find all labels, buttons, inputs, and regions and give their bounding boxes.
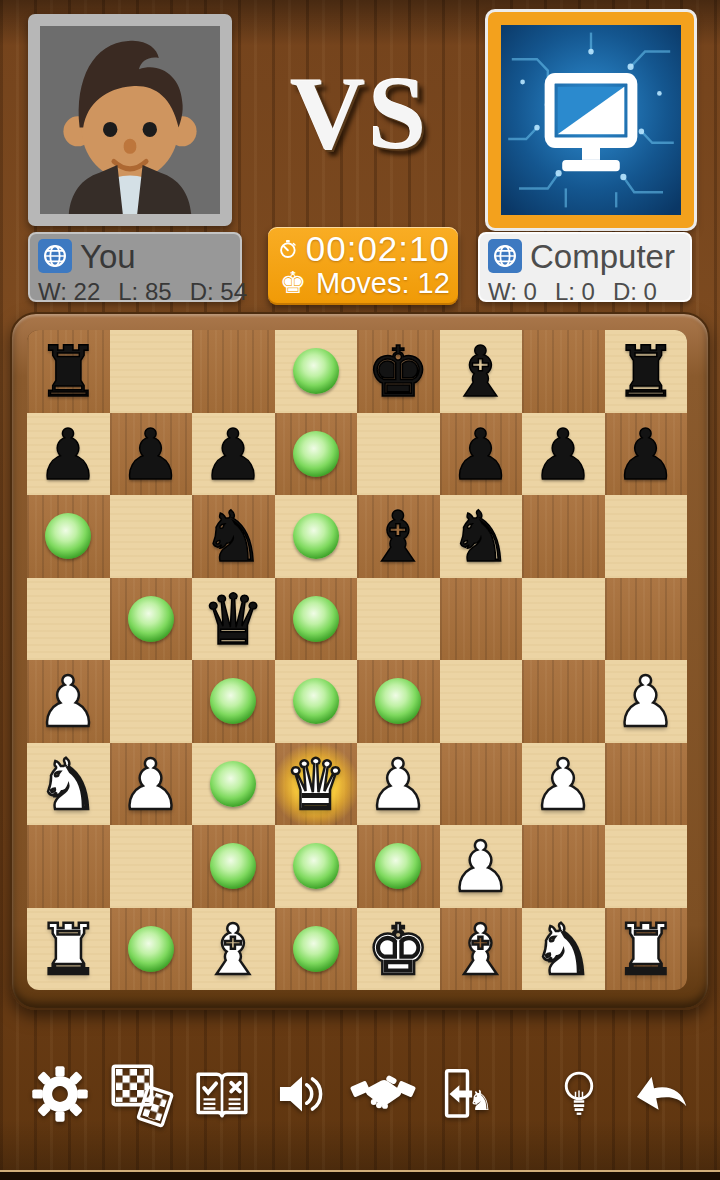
square-a1[interactable]: ♜: [27, 908, 110, 991]
square-g6[interactable]: [522, 495, 605, 578]
black-queen: ♛: [202, 585, 265, 655]
black-king: ♚: [367, 337, 430, 407]
white-knight: ♞: [532, 915, 595, 985]
square-f8[interactable]: ♝: [440, 330, 523, 413]
white-pawn: ♟: [37, 667, 100, 737]
square-b2[interactable]: [110, 825, 193, 908]
square-e3[interactable]: ♟: [357, 743, 440, 826]
player-losses: L: 85: [118, 278, 171, 306]
square-a4[interactable]: ♟: [27, 660, 110, 743]
square-g7[interactable]: ♟: [522, 413, 605, 496]
computer-avatar: [488, 12, 694, 228]
white-bishop: ♝: [449, 915, 512, 985]
player-wins: W: 22: [38, 278, 100, 306]
square-a2[interactable]: [27, 825, 110, 908]
square-f7[interactable]: ♟: [440, 413, 523, 496]
square-h1[interactable]: ♜: [605, 908, 688, 991]
black-bishop: ♝: [367, 502, 430, 572]
legal-move-dot: [128, 596, 174, 642]
exit-button[interactable]: ♞: [428, 1052, 500, 1136]
black-pawn: ♟: [202, 420, 265, 490]
legal-move-dot: [210, 843, 256, 889]
exit-door-knight-icon: ♞: [435, 1056, 493, 1132]
settings-button[interactable]: [24, 1052, 96, 1136]
square-e5[interactable]: [357, 578, 440, 661]
legal-move-dot: [375, 678, 421, 724]
legal-move-dot: [293, 513, 339, 559]
square-f6[interactable]: ♞: [440, 495, 523, 578]
square-d1[interactable]: [275, 908, 358, 991]
square-d5[interactable]: [275, 578, 358, 661]
clock-time: 00:02:10: [306, 229, 450, 269]
black-knight: ♞: [449, 502, 512, 572]
lightbulb-icon: [550, 1056, 608, 1132]
computer-wins: W: 0: [488, 278, 537, 306]
square-c7[interactable]: ♟: [192, 413, 275, 496]
white-pawn: ♟: [614, 667, 677, 737]
square-e2[interactable]: [357, 825, 440, 908]
square-h6[interactable]: [605, 495, 688, 578]
square-d7[interactable]: [275, 413, 358, 496]
player-draws: D: 54: [190, 278, 247, 306]
white-pawn: ♟: [532, 750, 595, 820]
square-d4[interactable]: [275, 660, 358, 743]
white-pawn: ♟: [449, 832, 512, 902]
square-b1[interactable]: [110, 908, 193, 991]
speaker-icon: [273, 1056, 331, 1132]
black-rook: ♜: [614, 337, 677, 407]
square-h8[interactable]: ♜: [605, 330, 688, 413]
hint-button[interactable]: [543, 1052, 615, 1136]
square-d3[interactable]: ♛: [275, 743, 358, 826]
player-stats-panel: You W: 22 L: 85 D: 54: [28, 232, 242, 302]
square-e1[interactable]: ♚: [357, 908, 440, 991]
square-d2[interactable]: [275, 825, 358, 908]
square-g4[interactable]: [522, 660, 605, 743]
board-themes-button[interactable]: [105, 1052, 177, 1136]
square-d8[interactable]: [275, 330, 358, 413]
black-pawn: ♟: [37, 420, 100, 490]
game-screen: VS: [0, 0, 720, 1180]
king-icon: ♚: [278, 268, 308, 298]
legal-move-dot: [293, 678, 339, 724]
computer-losses: L: 0: [555, 278, 595, 306]
square-g2[interactable]: [522, 825, 605, 908]
square-f1[interactable]: ♝: [440, 908, 523, 991]
legal-move-dot: [293, 348, 339, 394]
square-d6[interactable]: [275, 495, 358, 578]
toolbar: ♞: [0, 1044, 720, 1144]
square-a7[interactable]: ♟: [27, 413, 110, 496]
handshake-icon: [350, 1056, 416, 1132]
legal-move-dot: [128, 926, 174, 972]
square-e6[interactable]: ♝: [357, 495, 440, 578]
square-a6[interactable]: [27, 495, 110, 578]
square-e7[interactable]: [357, 413, 440, 496]
square-g3[interactable]: ♟: [522, 743, 605, 826]
square-f3[interactable]: [440, 743, 523, 826]
black-knight: ♞: [202, 502, 265, 572]
computer-name: Computer: [530, 240, 675, 273]
white-bishop: ♝: [202, 915, 265, 985]
white-rook: ♜: [37, 915, 100, 985]
square-f4[interactable]: [440, 660, 523, 743]
undo-arrow-icon: [631, 1056, 689, 1132]
computer-record: W: 0 L: 0 D: 0: [488, 278, 682, 306]
square-a3[interactable]: ♞: [27, 743, 110, 826]
white-pawn: ♟: [367, 750, 430, 820]
player-record: W: 22 L: 85 D: 54: [38, 278, 232, 306]
legal-move-dot: [293, 431, 339, 477]
black-pawn: ♟: [119, 420, 182, 490]
svg-text:♞: ♞: [468, 1084, 493, 1117]
white-pawn: ♟: [119, 750, 182, 820]
square-h4[interactable]: ♟: [605, 660, 688, 743]
white-queen: ♛: [284, 750, 347, 820]
square-g1[interactable]: ♞: [522, 908, 605, 991]
player-name: You: [80, 240, 136, 273]
square-e4[interactable]: [357, 660, 440, 743]
white-knight: ♞: [37, 750, 100, 820]
square-c1[interactable]: ♝: [192, 908, 275, 991]
square-c6[interactable]: ♞: [192, 495, 275, 578]
legal-move-dot: [293, 596, 339, 642]
legal-move-dot: [293, 843, 339, 889]
square-c3[interactable]: [192, 743, 275, 826]
rules-book-icon: [189, 1056, 255, 1132]
board-frame: ♜♚♝♜♟♟♟♟♟♟♞♝♞♛♟♟♞♟♛♟♟♟♜♝♚♝♞♜: [10, 312, 710, 1010]
square-b4[interactable]: [110, 660, 193, 743]
square-b8[interactable]: [110, 330, 193, 413]
rules-button[interactable]: [186, 1052, 258, 1136]
square-b7[interactable]: ♟: [110, 413, 193, 496]
chess-board: ♜♚♝♜♟♟♟♟♟♟♞♝♞♛♟♟♞♟♛♟♟♟♜♝♚♝♞♜: [27, 330, 687, 990]
black-pawn: ♟: [614, 420, 677, 490]
bottom-strip: [0, 1172, 720, 1180]
square-a8[interactable]: ♜: [27, 330, 110, 413]
computer-draws: D: 0: [613, 278, 657, 306]
square-g8[interactable]: [522, 330, 605, 413]
sound-button[interactable]: [266, 1052, 338, 1136]
stopwatch-icon: [278, 234, 298, 264]
square-h2[interactable]: [605, 825, 688, 908]
legal-move-dot: [210, 678, 256, 724]
square-h3[interactable]: [605, 743, 688, 826]
black-pawn: ♟: [449, 420, 512, 490]
white-king: ♚: [367, 915, 430, 985]
globe-icon: [488, 239, 522, 273]
globe-icon: [38, 239, 72, 273]
undo-button[interactable]: [624, 1052, 696, 1136]
square-c4[interactable]: [192, 660, 275, 743]
legal-move-dot: [210, 761, 256, 807]
timer-panel: 00:02:10 ♚ Moves: 12: [268, 227, 458, 305]
computer-avatar-image: [501, 25, 681, 215]
square-a5[interactable]: [27, 578, 110, 661]
computer-stats-panel: Computer W: 0 L: 0 D: 0: [478, 232, 692, 302]
square-h7[interactable]: ♟: [605, 413, 688, 496]
square-b3[interactable]: ♟: [110, 743, 193, 826]
person-avatar-image: [40, 26, 220, 214]
square-c5[interactable]: ♛: [192, 578, 275, 661]
square-f5[interactable]: [440, 578, 523, 661]
chessboard-icon: [108, 1056, 174, 1132]
gear-icon: [27, 1056, 93, 1132]
square-b5[interactable]: [110, 578, 193, 661]
offer-draw-button[interactable]: [347, 1052, 419, 1136]
square-f2[interactable]: ♟: [440, 825, 523, 908]
player-avatar: [28, 14, 232, 226]
black-bishop: ♝: [449, 337, 512, 407]
square-e8[interactable]: ♚: [357, 330, 440, 413]
black-pawn: ♟: [532, 420, 595, 490]
white-rook: ♜: [614, 915, 677, 985]
legal-move-dot: [45, 513, 91, 559]
square-c8[interactable]: [192, 330, 275, 413]
square-b6[interactable]: [110, 495, 193, 578]
black-rook: ♜: [37, 337, 100, 407]
square-c2[interactable]: [192, 825, 275, 908]
square-g5[interactable]: [522, 578, 605, 661]
vs-label: VS: [240, 56, 480, 170]
legal-move-dot: [375, 843, 421, 889]
move-counter: Moves: 12: [316, 267, 450, 300]
square-h5[interactable]: [605, 578, 688, 661]
legal-move-dot: [293, 926, 339, 972]
